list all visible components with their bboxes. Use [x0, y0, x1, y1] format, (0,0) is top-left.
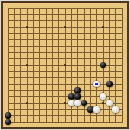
grid-line-vertical — [122, 8, 123, 123]
star-point — [102, 102, 104, 104]
black-stone[interactable] — [5, 119, 11, 125]
grid-line-horizontal — [8, 71, 123, 72]
go-board[interactable] — [3, 3, 127, 127]
black-stone[interactable] — [100, 62, 106, 68]
star-point — [64, 26, 66, 28]
grid-line-horizontal — [8, 115, 123, 116]
white-stone[interactable] — [112, 106, 118, 112]
grid-line-horizontal — [8, 109, 123, 110]
white-stone[interactable] — [93, 106, 99, 112]
last-move-marker — [95, 83, 98, 86]
white-stone[interactable] — [106, 100, 112, 106]
star-point — [64, 102, 66, 104]
star-point — [26, 64, 28, 66]
black-stone[interactable] — [5, 112, 11, 118]
star-point — [26, 26, 28, 28]
white-stone[interactable] — [74, 100, 80, 106]
white-stone[interactable] — [100, 93, 106, 99]
grid-line-horizontal — [8, 122, 123, 123]
go-board-frame — [0, 0, 130, 130]
star-point — [26, 102, 28, 104]
star-point — [64, 64, 66, 66]
star-point — [102, 26, 104, 28]
grid-line-horizontal — [8, 77, 123, 78]
black-stone[interactable] — [106, 81, 112, 87]
black-stone[interactable] — [74, 93, 80, 99]
grid-line-horizontal — [8, 90, 123, 91]
black-stone[interactable] — [81, 100, 87, 106]
